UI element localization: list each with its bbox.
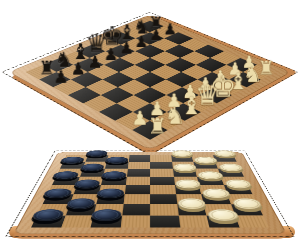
checkers-square-r5c4[interactable] <box>124 185 150 194</box>
checker-white[interactable] <box>197 171 224 179</box>
checkers-board-scene <box>0 125 300 239</box>
checker-black[interactable] <box>85 150 108 156</box>
checker-white[interactable] <box>177 198 207 209</box>
checker-black[interactable] <box>73 179 101 188</box>
checker-black[interactable] <box>96 188 124 198</box>
checkers-squares-grid <box>31 155 269 227</box>
checkers-square-r8c3[interactable] <box>91 215 122 227</box>
checkers-square-r8c7[interactable] <box>206 215 239 227</box>
checkers-square-r2c5[interactable] <box>150 162 173 169</box>
checker-white[interactable] <box>175 179 202 188</box>
checkers-square-r7c4[interactable] <box>122 204 150 215</box>
checker-black[interactable] <box>42 188 73 198</box>
checker-black[interactable] <box>105 157 128 164</box>
checkers-square-r8c8[interactable] <box>235 215 269 227</box>
checkers-square-r6c7[interactable] <box>201 194 230 204</box>
chess-piece-black-pawn[interactable]: ♟ <box>43 60 78 85</box>
checkers-square-r3c4[interactable] <box>127 169 150 177</box>
checkers-square-r5c5[interactable] <box>150 185 176 194</box>
checkers-square-r4c5[interactable] <box>150 177 175 185</box>
chess-squares-grid: ♜♞♝♛♚♝♞♜♟♟♟♟♟♟♟♟♟♟♟♟♟♟♟♟♜♞♝♛♚♝♞♜ <box>26 21 275 140</box>
product-photo-canvas: ♜♞♝♛♚♝♞♜♟♟♟♟♟♟♟♟♟♟♟♟♟♟♟♟♜♞♝♛♚♝♞♜ <box>0 0 300 239</box>
checker-white[interactable] <box>171 150 194 156</box>
checkers-square-r2c4[interactable] <box>127 162 150 169</box>
checker-white[interactable] <box>218 164 244 172</box>
checker-white[interactable] <box>173 164 198 172</box>
checkers-square-r8c4[interactable] <box>120 215 150 227</box>
checker-black[interactable] <box>101 171 127 179</box>
checkers-square-r8c5[interactable] <box>150 215 180 227</box>
checker-black[interactable] <box>65 198 96 209</box>
checkers-square-r5c6[interactable] <box>175 185 202 194</box>
checkers-square-r8c2[interactable] <box>61 215 94 227</box>
checker-white[interactable] <box>201 188 230 198</box>
checker-black[interactable] <box>60 157 85 164</box>
checkers-square-r4c4[interactable] <box>126 177 151 185</box>
checkers-square-r4c7[interactable] <box>197 177 224 185</box>
checkers-square-r2c3[interactable] <box>105 162 128 169</box>
checkers-square-r6c5[interactable] <box>150 194 177 204</box>
checkers-square-r6c4[interactable] <box>123 194 150 204</box>
checkers-square-r4c3[interactable] <box>101 177 127 185</box>
checker-white[interactable] <box>231 198 263 209</box>
checker-white[interactable] <box>193 157 217 164</box>
checkers-square-r6c3[interactable] <box>96 194 124 204</box>
checker-white[interactable] <box>213 150 237 156</box>
checkers-board <box>13 152 287 234</box>
checkers-square-r3c5[interactable] <box>150 169 173 177</box>
checker-black[interactable] <box>90 209 121 221</box>
checkers-square-r2c7[interactable] <box>193 162 217 169</box>
checkers-square-r8c6[interactable] <box>178 215 209 227</box>
checker-white[interactable] <box>224 179 253 188</box>
checkers-square-r7c6[interactable] <box>177 204 207 215</box>
checker-black[interactable] <box>30 209 64 221</box>
checkers-square-r7c5[interactable] <box>150 204 178 215</box>
checker-black[interactable] <box>52 171 80 179</box>
checker-black[interactable] <box>79 164 104 172</box>
checkers-square-r3c6[interactable] <box>173 169 197 177</box>
